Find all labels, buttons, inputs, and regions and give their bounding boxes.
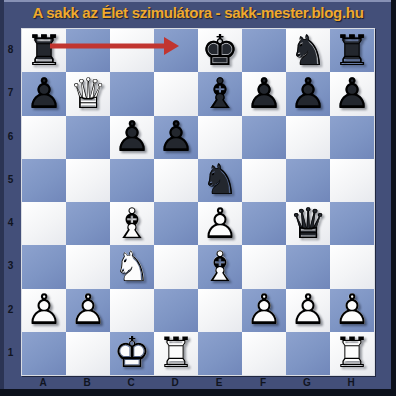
piece-glyph-outline: ♘ [286, 29, 330, 72]
file-label-a: A [21, 375, 65, 389]
square-f1[interactable] [242, 332, 286, 375]
square-d8[interactable] [154, 29, 198, 72]
square-c4[interactable]: ♝♗ [110, 202, 154, 245]
square-g5[interactable] [286, 159, 330, 202]
piece-black-pawn: ♟♙ [286, 72, 330, 115]
square-g6[interactable] [286, 116, 330, 159]
page-title: A sakk az Élet szimulátora - sakk-mester… [0, 4, 396, 21]
square-a2[interactable]: ♟♙ [22, 289, 66, 332]
square-e1[interactable] [198, 332, 242, 375]
piece-glyph-outline: ♙ [286, 72, 330, 115]
square-a5[interactable] [22, 159, 66, 202]
piece-white-pawn: ♟♙ [198, 202, 242, 245]
piece-glyph-outline: ♙ [286, 289, 330, 332]
square-f7[interactable]: ♟♙ [242, 72, 286, 115]
square-b1[interactable] [66, 332, 110, 375]
square-e8[interactable]: ♚♔ [198, 29, 242, 72]
file-label-b: B [65, 375, 109, 389]
piece-black-bishop: ♝♗ [198, 72, 242, 115]
piece-glyph-outline: ♙ [22, 289, 66, 332]
square-d2[interactable] [154, 289, 198, 332]
piece-black-rook: ♜♖ [330, 29, 374, 72]
piece-white-pawn: ♟♙ [22, 289, 66, 332]
square-b8[interactable] [66, 29, 110, 72]
piece-glyph-outline: ♕ [286, 202, 330, 245]
square-b7[interactable]: ♛♕ [66, 72, 110, 115]
square-c5[interactable] [110, 159, 154, 202]
piece-glyph-outline: ♔ [110, 332, 154, 375]
square-b5[interactable] [66, 159, 110, 202]
piece-white-pawn: ♟♙ [330, 289, 374, 332]
piece-white-rook: ♜♖ [154, 332, 198, 375]
frame-edge-bottom [0, 389, 396, 396]
square-a6[interactable] [22, 116, 66, 159]
square-b6[interactable] [66, 116, 110, 159]
piece-glyph-outline: ♘ [110, 245, 154, 288]
piece-black-pawn: ♟♙ [22, 72, 66, 115]
diagram-frame: A sakk az Élet szimulátora - sakk-mester… [0, 0, 396, 396]
square-h3[interactable] [330, 245, 374, 288]
square-e5[interactable]: ♞♘ [198, 159, 242, 202]
square-c7[interactable] [110, 72, 154, 115]
square-c1[interactable]: ♚♔ [110, 332, 154, 375]
piece-glyph-outline: ♙ [22, 72, 66, 115]
file-label-d: D [153, 375, 197, 389]
square-d6[interactable]: ♟♙ [154, 116, 198, 159]
square-h7[interactable]: ♟♙ [330, 72, 374, 115]
square-f2[interactable]: ♟♙ [242, 289, 286, 332]
piece-glyph-outline: ♕ [66, 72, 110, 115]
piece-glyph-outline: ♗ [198, 245, 242, 288]
square-g4[interactable]: ♛♕ [286, 202, 330, 245]
piece-glyph-outline: ♙ [330, 289, 374, 332]
piece-glyph-outline: ♘ [198, 159, 242, 202]
square-d5[interactable] [154, 159, 198, 202]
file-label-e: E [197, 375, 241, 389]
square-c8[interactable] [110, 29, 154, 72]
piece-glyph-outline: ♙ [242, 289, 286, 332]
file-label-h: H [329, 375, 373, 389]
piece-white-king: ♚♔ [110, 332, 154, 375]
square-e6[interactable] [198, 116, 242, 159]
square-h2[interactable]: ♟♙ [330, 289, 374, 332]
piece-white-bishop: ♝♗ [110, 202, 154, 245]
square-a1[interactable] [22, 332, 66, 375]
square-g1[interactable] [286, 332, 330, 375]
square-f8[interactable] [242, 29, 286, 72]
piece-white-pawn: ♟♙ [286, 289, 330, 332]
piece-white-knight: ♞♘ [110, 245, 154, 288]
piece-black-knight: ♞♘ [286, 29, 330, 72]
piece-white-pawn: ♟♙ [242, 289, 286, 332]
square-h6[interactable] [330, 116, 374, 159]
piece-glyph-outline: ♖ [330, 332, 374, 375]
square-h4[interactable] [330, 202, 374, 245]
square-f4[interactable] [242, 202, 286, 245]
chess-board: ♜♖♚♔♞♘♜♖♟♙♛♕♝♗♟♙♟♙♟♙♟♙♟♙♞♘♝♗♟♙♛♕♞♘♝♗♟♙♟♙… [21, 28, 375, 376]
square-d7[interactable] [154, 72, 198, 115]
square-g3[interactable] [286, 245, 330, 288]
square-d3[interactable] [154, 245, 198, 288]
piece-glyph-outline: ♙ [154, 116, 198, 159]
piece-black-pawn: ♟♙ [110, 116, 154, 159]
piece-glyph-outline: ♖ [330, 29, 374, 72]
square-e3[interactable]: ♝♗ [198, 245, 242, 288]
piece-black-king: ♚♔ [198, 29, 242, 72]
piece-black-pawn: ♟♙ [330, 72, 374, 115]
square-c2[interactable] [110, 289, 154, 332]
square-h1[interactable]: ♜♖ [330, 332, 374, 375]
piece-glyph-outline: ♗ [110, 202, 154, 245]
square-b2[interactable]: ♟♙ [66, 289, 110, 332]
square-a4[interactable] [22, 202, 66, 245]
piece-glyph-outline: ♙ [110, 116, 154, 159]
piece-glyph-outline: ♖ [154, 332, 198, 375]
square-e4[interactable]: ♟♙ [198, 202, 242, 245]
square-h5[interactable] [330, 159, 374, 202]
piece-white-bishop: ♝♗ [198, 245, 242, 288]
square-c6[interactable]: ♟♙ [110, 116, 154, 159]
square-e2[interactable] [198, 289, 242, 332]
square-f6[interactable] [242, 116, 286, 159]
square-b4[interactable] [66, 202, 110, 245]
frame-edge-top [0, 0, 396, 2]
piece-white-pawn: ♟♙ [66, 289, 110, 332]
frame-edge-right [391, 0, 396, 396]
square-a7[interactable]: ♟♙ [22, 72, 66, 115]
piece-glyph-outline: ♗ [198, 72, 242, 115]
square-a3[interactable] [22, 245, 66, 288]
piece-glyph-outline: ♙ [198, 202, 242, 245]
file-label-c: C [109, 375, 153, 389]
file-label-g: G [285, 375, 329, 389]
piece-black-rook: ♜♖ [22, 29, 66, 72]
piece-glyph-outline: ♖ [22, 29, 66, 72]
piece-glyph-outline: ♙ [242, 72, 286, 115]
square-g7[interactable]: ♟♙ [286, 72, 330, 115]
frame-edge-left [0, 0, 4, 396]
piece-glyph-outline: ♙ [66, 289, 110, 332]
square-a8[interactable]: ♜♖ [22, 29, 66, 72]
file-labels: ABCDEFGH [21, 375, 373, 389]
square-c3[interactable]: ♞♘ [110, 245, 154, 288]
square-f5[interactable] [242, 159, 286, 202]
square-g2[interactable]: ♟♙ [286, 289, 330, 332]
piece-black-pawn: ♟♙ [154, 116, 198, 159]
piece-glyph-outline: ♔ [198, 29, 242, 72]
square-e7[interactable]: ♝♗ [198, 72, 242, 115]
square-d1[interactable]: ♜♖ [154, 332, 198, 375]
piece-white-queen: ♛♕ [66, 72, 110, 115]
square-d4[interactable] [154, 202, 198, 245]
square-b3[interactable] [66, 245, 110, 288]
square-g8[interactable]: ♞♘ [286, 29, 330, 72]
piece-black-queen: ♛♕ [286, 202, 330, 245]
file-label-f: F [241, 375, 285, 389]
piece-glyph-outline: ♙ [330, 72, 374, 115]
piece-black-knight: ♞♘ [198, 159, 242, 202]
piece-white-rook: ♜♖ [330, 332, 374, 375]
square-f3[interactable] [242, 245, 286, 288]
square-h8[interactable]: ♜♖ [330, 29, 374, 72]
piece-black-pawn: ♟♙ [242, 72, 286, 115]
